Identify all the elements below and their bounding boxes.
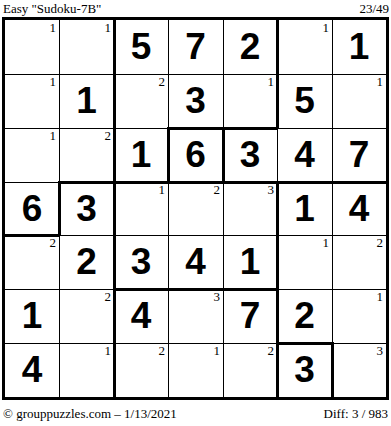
region-border: [113, 19, 116, 75]
cell-value: 1: [332, 20, 386, 74]
region-border: [113, 342, 116, 398]
cell-r4c7[interactable]: 4: [332, 182, 386, 235]
region-border: [276, 342, 333, 345]
cell-value: 4: [277, 128, 332, 182]
region-border: [113, 73, 116, 129]
corner-mark: 1: [105, 20, 112, 36]
cell-r1c3[interactable]: 5: [114, 20, 168, 74]
cell-value: 4: [5, 343, 59, 397]
region-border: [276, 234, 279, 290]
cell-value: 3: [168, 74, 223, 128]
cell-r6c7[interactable]: 1: [332, 289, 386, 343]
cell-r7c4[interactable]: 1: [168, 343, 223, 397]
cell-r1c1[interactable]: 1: [5, 20, 59, 74]
cell-r3c1[interactable]: 1: [5, 128, 59, 182]
region-border: [276, 342, 279, 398]
cell-r3c5[interactable]: 3: [223, 128, 277, 182]
region-border: [167, 127, 170, 183]
cell-r6c4[interactable]: 3: [168, 289, 223, 343]
cell-value: 4: [332, 182, 386, 235]
region-border: [222, 127, 225, 183]
region-border: [167, 181, 224, 184]
cell-r7c5[interactable]: 2: [223, 343, 277, 397]
corner-mark: 2: [105, 128, 112, 144]
cell-r6c2[interactable]: 2: [59, 289, 114, 343]
region-border: [167, 127, 224, 130]
cell-r3c7[interactable]: 7: [332, 128, 386, 182]
cell-value: 6: [168, 128, 223, 182]
cell-r4c1[interactable]: 6: [5, 182, 59, 235]
corner-mark: 3: [268, 182, 275, 198]
cell-value: 1: [59, 74, 114, 128]
cell-r4c2[interactable]: 3: [59, 182, 114, 235]
cell-r5c2[interactable]: 2: [59, 235, 114, 289]
region-border: [222, 181, 278, 184]
corner-mark: 2: [159, 74, 166, 90]
cell-r5c7[interactable]: 2: [332, 235, 386, 289]
cell-value: 6: [5, 182, 59, 235]
cell-r2c7[interactable]: 1: [332, 74, 386, 128]
region-border: [58, 181, 115, 184]
region-border: [113, 234, 116, 290]
cell-r2c3[interactable]: 2: [114, 74, 168, 128]
cell-value: 3: [114, 235, 168, 289]
region-border: [331, 181, 387, 184]
cell-r5c1[interactable]: 2: [5, 235, 59, 289]
region-border: [4, 234, 60, 237]
region-border: [113, 288, 116, 344]
region-border: [331, 342, 334, 398]
corner-mark: 2: [159, 343, 166, 359]
region-border: [276, 288, 279, 344]
cell-r5c6[interactable]: 1: [277, 235, 332, 289]
cell-value: 4: [168, 235, 223, 289]
cell-r7c1[interactable]: 4: [5, 343, 59, 397]
corner-mark: 1: [268, 74, 275, 90]
region-border: [276, 19, 279, 75]
region-border: [113, 181, 169, 184]
corner-mark: 2: [105, 289, 112, 305]
puzzle-title: Easy "Sudoku-7B": [3, 1, 101, 17]
corner-mark: 1: [214, 343, 221, 359]
corner-mark: 1: [50, 128, 57, 144]
corner-mark: 3: [214, 289, 221, 305]
cell-r1c6[interactable]: 1: [277, 20, 332, 74]
cell-r3c3[interactable]: 1: [114, 128, 168, 182]
cell-value: 5: [114, 20, 168, 74]
corner-mark: 2: [50, 235, 57, 251]
cell-r6c1[interactable]: 1: [5, 289, 59, 343]
cell-r5c3[interactable]: 3: [114, 235, 168, 289]
cell-r2c1[interactable]: 1: [5, 74, 59, 128]
cell-r6c5[interactable]: 7: [223, 289, 277, 343]
cell-r7c6[interactable]: 3: [277, 343, 332, 397]
corner-mark: 2: [377, 235, 384, 251]
region-border: [222, 127, 278, 130]
cell-value: 7: [168, 20, 223, 74]
cell-r3c6[interactable]: 4: [277, 128, 332, 182]
corner-mark: 1: [377, 289, 384, 305]
corner-mark: 1: [50, 74, 57, 90]
cell-r6c6[interactable]: 2: [277, 289, 332, 343]
corner-mark: 1: [323, 235, 330, 251]
region-border: [113, 181, 116, 236]
corner-mark: 1: [159, 182, 166, 198]
cell-r2c5[interactable]: 1: [223, 74, 277, 128]
corner-mark: 1: [377, 74, 384, 90]
difficulty-text: Diff: 3 / 983: [324, 406, 388, 422]
cell-r7c2[interactable]: 1: [59, 343, 114, 397]
cell-value: 3: [59, 182, 114, 235]
grid-line: [168, 20, 169, 397]
corner-mark: 2: [268, 343, 275, 359]
cell-r7c3[interactable]: 2: [114, 343, 168, 397]
corner-mark: 1: [323, 20, 330, 36]
corner-mark: 1: [50, 20, 57, 36]
corner-mark: 3: [377, 343, 384, 359]
remaining-counter: 23/49: [359, 1, 389, 17]
cell-value: 1: [277, 182, 332, 235]
region-border: [113, 127, 116, 183]
cell-value: 7: [332, 128, 386, 182]
cell-r7c7[interactable]: 3: [332, 343, 386, 397]
region-border: [276, 181, 333, 184]
cell-value: 1: [5, 289, 59, 343]
cell-value: 4: [114, 289, 168, 343]
cell-value: 7: [223, 289, 277, 343]
cell-r4c5[interactable]: 3: [223, 182, 277, 235]
cell-value: 2: [59, 235, 114, 289]
cell-r6c3[interactable]: 4: [114, 289, 168, 343]
cell-r1c2[interactable]: 1: [59, 20, 114, 74]
corner-mark: 2: [214, 182, 221, 198]
cell-r1c4[interactable]: 7: [168, 20, 223, 74]
region-border: [167, 288, 224, 291]
cell-value: 2: [277, 289, 332, 343]
grid-line: [5, 235, 386, 236]
cell-r1c7[interactable]: 1: [332, 20, 386, 74]
corner-mark: 1: [105, 343, 112, 359]
sudoku-board: 1157211112315112163476312314223411212437…: [2, 17, 389, 400]
cell-r3c4[interactable]: 6: [168, 128, 223, 182]
cell-r1c5[interactable]: 2: [223, 20, 277, 74]
region-border: [276, 73, 279, 129]
cell-r4c4[interactable]: 2: [168, 182, 223, 235]
cell-value: 3: [223, 128, 277, 182]
cell-value: 1: [223, 235, 277, 289]
cell-value: 3: [277, 343, 332, 397]
region-border: [222, 288, 278, 291]
grid-line: [223, 20, 224, 397]
cell-r4c6[interactable]: 1: [277, 182, 332, 235]
cell-r5c5[interactable]: 1: [223, 235, 277, 289]
cell-r3c2[interactable]: 2: [59, 128, 114, 182]
grid-line: [5, 74, 386, 75]
cell-value: 5: [277, 74, 332, 128]
cell-value: 1: [114, 128, 168, 182]
cell-r2c6[interactable]: 5: [277, 74, 332, 128]
copyright-text: © grouppuzzles.com – 1/13/2021: [3, 406, 177, 422]
cell-value: 2: [223, 20, 277, 74]
grid-line: [332, 20, 333, 397]
cell-r2c2[interactable]: 1: [59, 74, 114, 128]
cell-r2c4[interactable]: 3: [168, 74, 223, 128]
cell-r5c4[interactable]: 4: [168, 235, 223, 289]
region-border: [58, 181, 61, 236]
region-border: [113, 288, 169, 291]
cell-r4c3[interactable]: 1: [114, 182, 168, 235]
region-border: [276, 181, 279, 236]
